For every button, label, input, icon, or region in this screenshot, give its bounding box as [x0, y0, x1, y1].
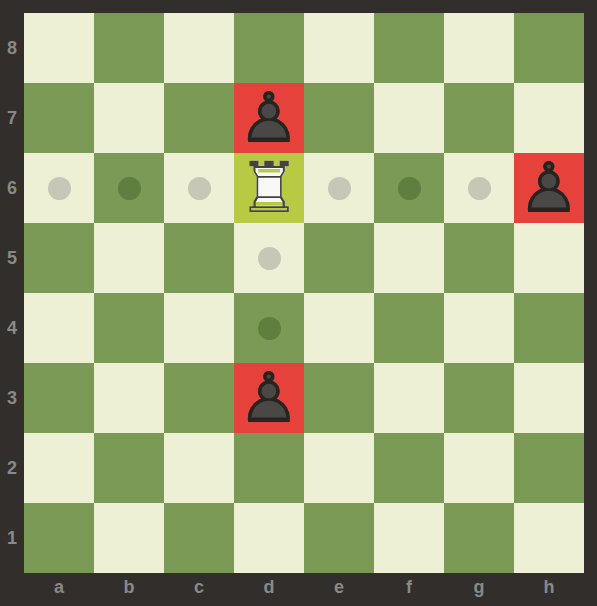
square-f3[interactable]: [374, 363, 444, 433]
square-d7[interactable]: ♟♙: [234, 83, 304, 153]
rank-label: 2: [0, 433, 24, 503]
rank-labels: 87654321: [0, 13, 24, 573]
square-g8[interactable]: [444, 13, 514, 83]
square-a2[interactable]: [24, 433, 94, 503]
square-d2[interactable]: [234, 433, 304, 503]
square-e3[interactable]: [304, 363, 374, 433]
file-label: a: [24, 573, 94, 606]
square-f1[interactable]: [374, 503, 444, 573]
square-c2[interactable]: [164, 433, 234, 503]
square-h4[interactable]: [514, 293, 584, 363]
piece-white-rook[interactable]: ♜♖: [234, 153, 304, 223]
square-e2[interactable]: [304, 433, 374, 503]
piece-glyph-fill: ♟: [234, 83, 304, 153]
piece-glyph-outline: ♖: [234, 153, 304, 223]
legal-move-dot: [48, 177, 71, 200]
rank-label: 1: [0, 503, 24, 573]
square-d8[interactable]: [234, 13, 304, 83]
piece-black-pawn[interactable]: ♟♙: [234, 363, 304, 433]
piece-black-pawn[interactable]: ♟♙: [514, 153, 584, 223]
square-e6[interactable]: [304, 153, 374, 223]
square-b7[interactable]: [94, 83, 164, 153]
square-b2[interactable]: [94, 433, 164, 503]
square-h2[interactable]: [514, 433, 584, 503]
chess-board: ♟♙♜♖♟♙♟♙: [24, 13, 584, 573]
square-c3[interactable]: [164, 363, 234, 433]
square-b6[interactable]: [94, 153, 164, 223]
legal-move-dot: [468, 177, 491, 200]
square-c7[interactable]: [164, 83, 234, 153]
square-a7[interactable]: [24, 83, 94, 153]
square-g4[interactable]: [444, 293, 514, 363]
square-c4[interactable]: [164, 293, 234, 363]
square-h3[interactable]: [514, 363, 584, 433]
piece-black-pawn[interactable]: ♟♙: [234, 83, 304, 153]
square-g2[interactable]: [444, 433, 514, 503]
square-h6[interactable]: ♟♙: [514, 153, 584, 223]
square-c8[interactable]: [164, 13, 234, 83]
legal-move-dot: [328, 177, 351, 200]
square-a3[interactable]: [24, 363, 94, 433]
square-h5[interactable]: [514, 223, 584, 293]
square-f8[interactable]: [374, 13, 444, 83]
square-f6[interactable]: [374, 153, 444, 223]
file-label: f: [374, 573, 444, 606]
square-g3[interactable]: [444, 363, 514, 433]
square-d5[interactable]: [234, 223, 304, 293]
piece-glyph-fill: ♜: [234, 153, 304, 223]
legal-move-dot: [118, 177, 141, 200]
piece-glyph-outline: ♙: [234, 363, 304, 433]
square-f7[interactable]: [374, 83, 444, 153]
piece-glyph-fill: ♟: [234, 363, 304, 433]
file-label: c: [164, 573, 234, 606]
square-h1[interactable]: [514, 503, 584, 573]
square-f2[interactable]: [374, 433, 444, 503]
square-f4[interactable]: [374, 293, 444, 363]
file-labels: abcdefgh: [24, 573, 584, 606]
rank-label: 4: [0, 293, 24, 363]
file-label: g: [444, 573, 514, 606]
square-e7[interactable]: [304, 83, 374, 153]
file-label: h: [514, 573, 584, 606]
square-a4[interactable]: [24, 293, 94, 363]
square-e5[interactable]: [304, 223, 374, 293]
square-e4[interactable]: [304, 293, 374, 363]
rank-label: 6: [0, 153, 24, 223]
square-g1[interactable]: [444, 503, 514, 573]
square-b8[interactable]: [94, 13, 164, 83]
square-g7[interactable]: [444, 83, 514, 153]
square-e8[interactable]: [304, 13, 374, 83]
square-b5[interactable]: [94, 223, 164, 293]
piece-glyph-outline: ♙: [514, 153, 584, 223]
square-g5[interactable]: [444, 223, 514, 293]
square-h7[interactable]: [514, 83, 584, 153]
square-c6[interactable]: [164, 153, 234, 223]
square-b4[interactable]: [94, 293, 164, 363]
rank-label: 8: [0, 13, 24, 83]
square-c1[interactable]: [164, 503, 234, 573]
square-e1[interactable]: [304, 503, 374, 573]
legal-move-dot: [258, 317, 281, 340]
rank-label: 5: [0, 223, 24, 293]
square-d3[interactable]: ♟♙: [234, 363, 304, 433]
legal-move-dot: [188, 177, 211, 200]
square-c5[interactable]: [164, 223, 234, 293]
square-a8[interactable]: [24, 13, 94, 83]
square-d6[interactable]: ♜♖: [234, 153, 304, 223]
square-d4[interactable]: [234, 293, 304, 363]
file-label: e: [304, 573, 374, 606]
rank-label: 7: [0, 83, 24, 153]
square-a6[interactable]: [24, 153, 94, 223]
file-label: d: [234, 573, 304, 606]
board-frame: 87654321 ♟♙♜♖♟♙♟♙ abcdefgh: [0, 0, 597, 606]
square-b1[interactable]: [94, 503, 164, 573]
legal-move-dot: [398, 177, 421, 200]
square-d1[interactable]: [234, 503, 304, 573]
rank-label: 3: [0, 363, 24, 433]
square-h8[interactable]: [514, 13, 584, 83]
file-label: b: [94, 573, 164, 606]
piece-glyph-outline: ♙: [234, 83, 304, 153]
square-f5[interactable]: [374, 223, 444, 293]
square-g6[interactable]: [444, 153, 514, 223]
square-b3[interactable]: [94, 363, 164, 433]
square-a1[interactable]: [24, 503, 94, 573]
piece-glyph-fill: ♟: [514, 153, 584, 223]
square-a5[interactable]: [24, 223, 94, 293]
legal-move-dot: [258, 247, 281, 270]
